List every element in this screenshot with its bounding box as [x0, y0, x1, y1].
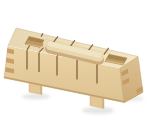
- finger-joints-left: [5, 48, 14, 73]
- product-photo-sushi-mold: [0, 0, 150, 125]
- sushi-mold-illustration: [0, 0, 150, 125]
